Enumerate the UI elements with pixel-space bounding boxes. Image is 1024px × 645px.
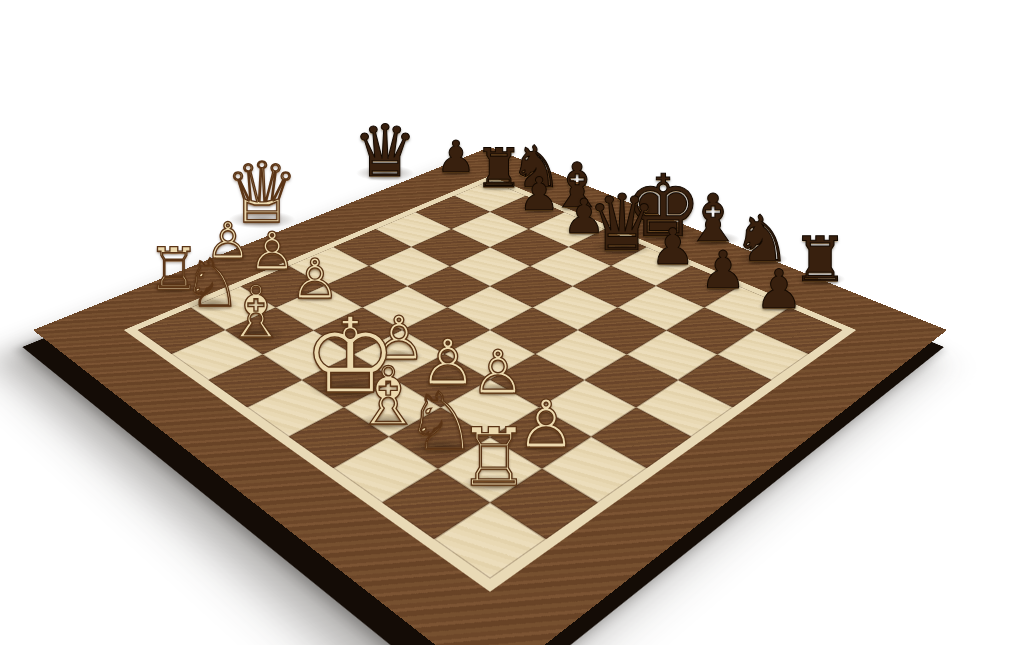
piece-black-pawn-f7[interactable]: ♟: [651, 222, 696, 272]
piece-white-rook-h1[interactable]: ♖: [458, 418, 530, 498]
piece-black-pawn-display[interactable]: ♟: [436, 135, 475, 179]
piece-black-pawn-h7[interactable]: ♟: [755, 263, 803, 317]
piece-black-pawn-c7[interactable]: ♟: [518, 171, 559, 217]
piece-black-pawn-g7[interactable]: ♟: [700, 244, 747, 296]
product-photo-scene: ♟♛♜♞♝♟♕♟♚♝♛♙♞♟♙♜♟♖♙♘♟♗♙♙♔♙♗♙♘♖: [0, 0, 1024, 645]
piece-black-queen-display[interactable]: ♛: [353, 115, 418, 187]
piece-white-bishop-c1[interactable]: ♗: [224, 276, 289, 348]
piece-black-queen-e7[interactable]: ♛: [587, 184, 657, 262]
